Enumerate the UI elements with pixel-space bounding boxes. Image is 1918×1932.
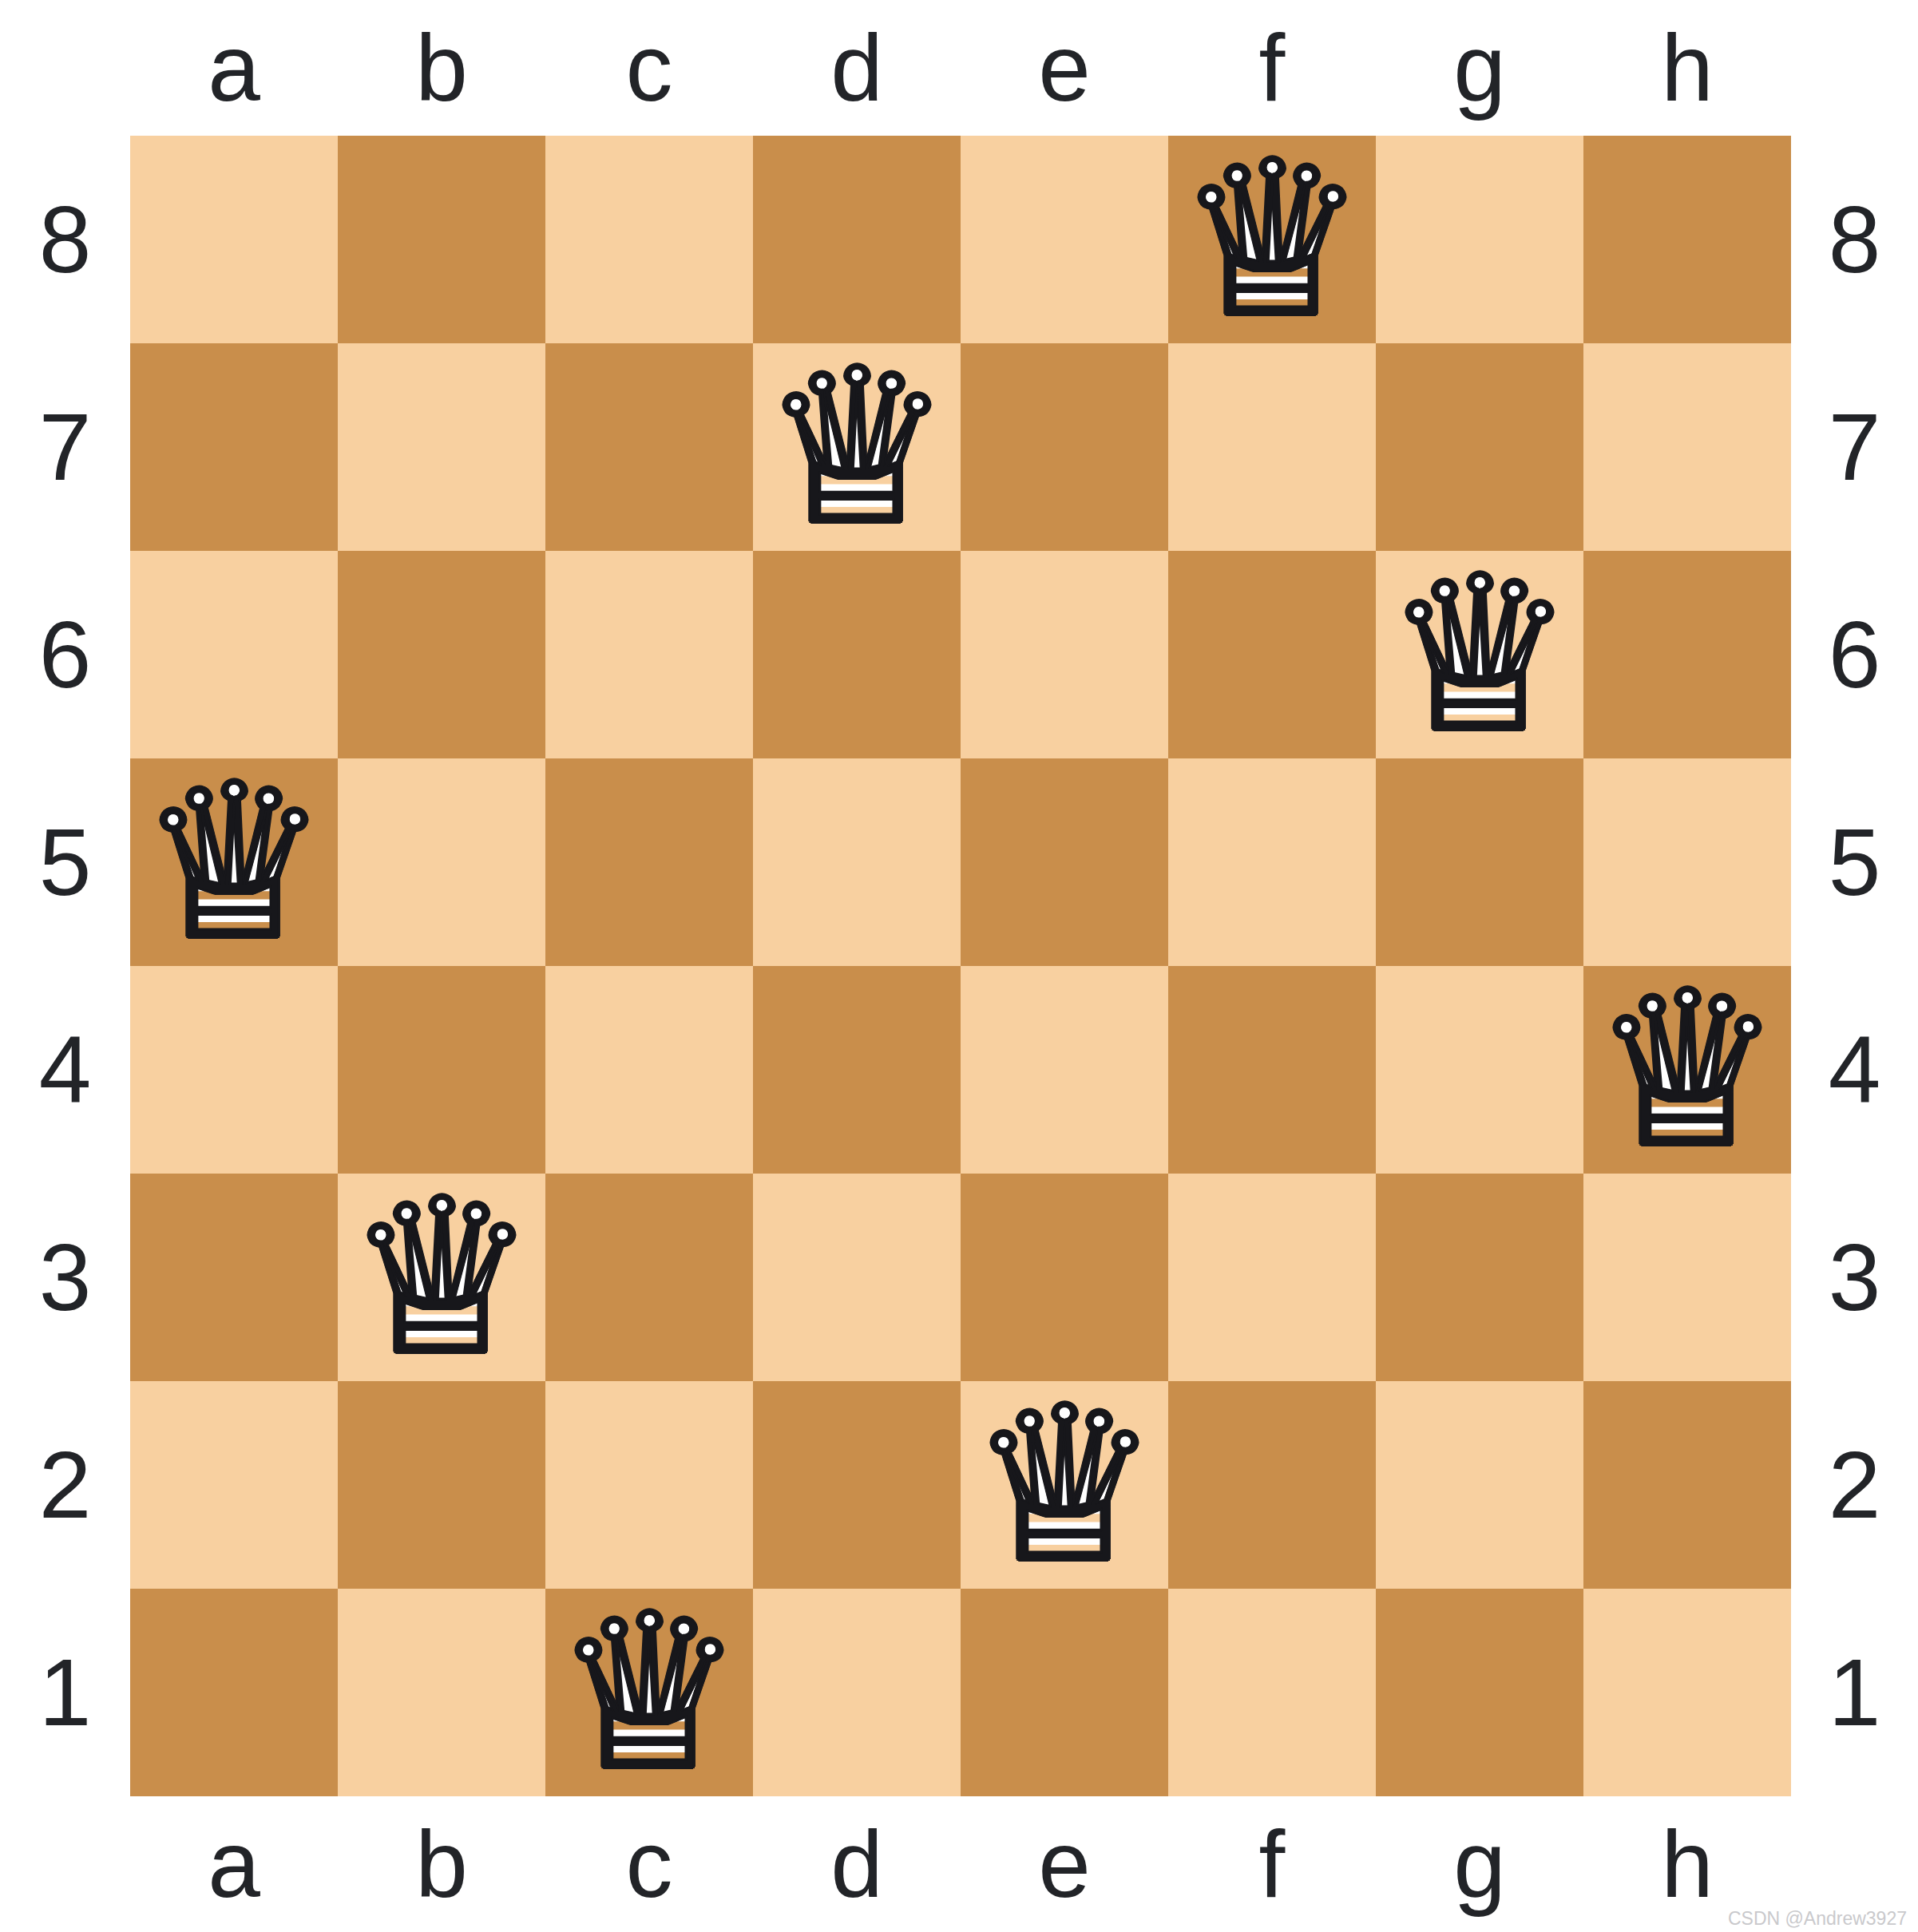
square-g7[interactable] <box>1376 343 1583 551</box>
rank-label-7: 7 <box>1791 343 1918 551</box>
square-b7[interactable] <box>338 343 545 551</box>
file-label-g: g <box>1376 1796 1583 1932</box>
white-queen-a5[interactable]: ♛♕ <box>130 758 338 966</box>
file-label-b: b <box>338 1796 545 1932</box>
square-a8[interactable] <box>130 136 338 343</box>
square-h5[interactable] <box>1583 758 1791 966</box>
square-c1[interactable]: ♛♕ <box>545 1589 753 1796</box>
rank-label-2: 2 <box>1791 1381 1918 1589</box>
rank-label-3: 3 <box>0 1174 130 1381</box>
square-d8[interactable] <box>753 136 961 343</box>
square-a7[interactable] <box>130 343 338 551</box>
square-f7[interactable] <box>1168 343 1376 551</box>
rank-label-4: 4 <box>1791 966 1918 1174</box>
rank-label-5: 5 <box>1791 758 1918 966</box>
square-f1[interactable] <box>1168 1589 1376 1796</box>
file-label-e: e <box>961 1796 1168 1932</box>
square-b5[interactable] <box>338 758 545 966</box>
white-queen-icon: ♕ <box>1583 966 1791 1174</box>
square-d6[interactable] <box>753 551 961 758</box>
white-queen-c1[interactable]: ♛♕ <box>545 1589 753 1796</box>
white-queen-icon: ♕ <box>338 1174 545 1381</box>
square-f6[interactable] <box>1168 551 1376 758</box>
square-e1[interactable] <box>961 1589 1168 1796</box>
rank-label-5: 5 <box>0 758 130 966</box>
rank-label-6: 6 <box>0 551 130 758</box>
square-a5[interactable]: ♛♕ <box>130 758 338 966</box>
rank-label-2: 2 <box>0 1381 130 1589</box>
square-g5[interactable] <box>1376 758 1583 966</box>
square-g3[interactable] <box>1376 1174 1583 1381</box>
square-c3[interactable] <box>545 1174 753 1381</box>
square-b8[interactable] <box>338 136 545 343</box>
file-label-d: d <box>753 0 961 136</box>
square-e3[interactable] <box>961 1174 1168 1381</box>
square-e6[interactable] <box>961 551 1168 758</box>
file-label-h: h <box>1583 0 1791 136</box>
square-d2[interactable] <box>753 1381 961 1589</box>
square-e4[interactable] <box>961 966 1168 1174</box>
square-e7[interactable] <box>961 343 1168 551</box>
rank-label-7: 7 <box>0 343 130 551</box>
white-queen-icon: ♕ <box>753 343 961 551</box>
square-c6[interactable] <box>545 551 753 758</box>
square-a2[interactable] <box>130 1381 338 1589</box>
square-g8[interactable] <box>1376 136 1583 343</box>
white-queen-g6[interactable]: ♛♕ <box>1376 551 1583 758</box>
rank-label-3: 3 <box>1791 1174 1918 1381</box>
rank-label-1: 1 <box>0 1589 130 1796</box>
square-h6[interactable] <box>1583 551 1791 758</box>
square-e5[interactable] <box>961 758 1168 966</box>
white-queen-b3[interactable]: ♛♕ <box>338 1174 545 1381</box>
square-h1[interactable] <box>1583 1589 1791 1796</box>
white-queen-f8[interactable]: ♛♕ <box>1168 136 1376 343</box>
rank-label-4: 4 <box>0 966 130 1174</box>
square-a3[interactable] <box>130 1174 338 1381</box>
square-f3[interactable] <box>1168 1174 1376 1381</box>
square-g2[interactable] <box>1376 1381 1583 1589</box>
square-d5[interactable] <box>753 758 961 966</box>
square-b6[interactable] <box>338 551 545 758</box>
file-label-f: f <box>1168 1796 1376 1932</box>
white-queen-e2[interactable]: ♛♕ <box>961 1381 1168 1589</box>
file-label-c: c <box>545 1796 753 1932</box>
square-f5[interactable] <box>1168 758 1376 966</box>
square-e8[interactable] <box>961 136 1168 343</box>
file-labels-top: abcdefgh <box>130 0 1791 136</box>
square-a6[interactable] <box>130 551 338 758</box>
square-d7[interactable]: ♛♕ <box>753 343 961 551</box>
square-d4[interactable] <box>753 966 961 1174</box>
file-label-c: c <box>545 0 753 136</box>
square-h8[interactable] <box>1583 136 1791 343</box>
square-d1[interactable] <box>753 1589 961 1796</box>
square-d3[interactable] <box>753 1174 961 1381</box>
square-b4[interactable] <box>338 966 545 1174</box>
white-queen-icon: ♕ <box>961 1381 1168 1589</box>
white-queen-h4[interactable]: ♛♕ <box>1583 966 1791 1174</box>
chess-diagram: abcdefgh 87654321 ♛♕♛♕♛♕♛♕♛♕♛♕♛♕♛♕ 87654… <box>0 0 1918 1932</box>
square-h4[interactable]: ♛♕ <box>1583 966 1791 1174</box>
square-b3[interactable]: ♛♕ <box>338 1174 545 1381</box>
square-c7[interactable] <box>545 343 753 551</box>
white-queen-icon: ♕ <box>130 758 338 966</box>
square-b1[interactable] <box>338 1589 545 1796</box>
white-queen-icon: ♕ <box>545 1589 753 1796</box>
rank-labels-left: 87654321 <box>0 136 130 1796</box>
square-a4[interactable] <box>130 966 338 1174</box>
square-f4[interactable] <box>1168 966 1376 1174</box>
rank-label-6: 6 <box>1791 551 1918 758</box>
file-label-a: a <box>130 1796 338 1932</box>
file-label-a: a <box>130 0 338 136</box>
file-label-g: g <box>1376 0 1583 136</box>
rank-label-1: 1 <box>1791 1589 1918 1796</box>
file-labels-bottom: abcdefgh <box>130 1796 1791 1932</box>
square-h7[interactable] <box>1583 343 1791 551</box>
square-h3[interactable] <box>1583 1174 1791 1381</box>
square-g6[interactable]: ♛♕ <box>1376 551 1583 758</box>
square-g1[interactable] <box>1376 1589 1583 1796</box>
file-label-e: e <box>961 0 1168 136</box>
square-f2[interactable] <box>1168 1381 1376 1589</box>
square-b2[interactable] <box>338 1381 545 1589</box>
white-queen-icon: ♕ <box>1376 551 1583 758</box>
square-f8[interactable]: ♛♕ <box>1168 136 1376 343</box>
square-c5[interactable] <box>545 758 753 966</box>
square-c2[interactable] <box>545 1381 753 1589</box>
rank-label-8: 8 <box>1791 136 1918 343</box>
white-queen-icon: ♕ <box>1168 136 1376 343</box>
file-label-b: b <box>338 0 545 136</box>
chess-board: ♛♕♛♕♛♕♛♕♛♕♛♕♛♕♛♕ <box>130 136 1791 1796</box>
rank-label-8: 8 <box>0 136 130 343</box>
watermark: CSDN @Andrew3927 <box>1728 1910 1907 1928</box>
square-c8[interactable] <box>545 136 753 343</box>
file-label-d: d <box>753 1796 961 1932</box>
square-e2[interactable]: ♛♕ <box>961 1381 1168 1589</box>
rank-labels-right: 87654321 <box>1791 136 1918 1796</box>
white-queen-d7[interactable]: ♛♕ <box>753 343 961 551</box>
square-g4[interactable] <box>1376 966 1583 1174</box>
square-c4[interactable] <box>545 966 753 1174</box>
square-a1[interactable] <box>130 1589 338 1796</box>
square-h2[interactable] <box>1583 1381 1791 1589</box>
